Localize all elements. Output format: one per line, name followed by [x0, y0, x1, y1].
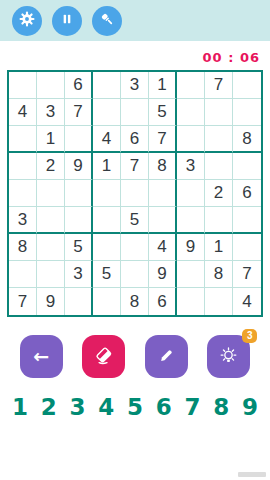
cell-r7c6[interactable]: 4	[149, 234, 177, 261]
sudoku-board: 63174375146782917832635854913598779864	[7, 70, 263, 317]
hint-button[interactable]: 3	[207, 335, 250, 378]
watermark	[238, 472, 266, 477]
cell-r6c2[interactable]	[37, 207, 65, 234]
cell-r1c2[interactable]	[37, 72, 65, 99]
cell-r1c6[interactable]: 1	[149, 72, 177, 99]
cell-r9c4[interactable]	[93, 288, 121, 315]
cell-r3c4[interactable]: 4	[93, 126, 121, 153]
cell-r5c5[interactable]	[121, 180, 149, 207]
cell-r2c2[interactable]: 3	[37, 99, 65, 126]
gear-icon	[18, 10, 36, 31]
cell-r6c5[interactable]: 5	[121, 207, 149, 234]
cell-r1c4[interactable]	[93, 72, 121, 99]
cell-r5c1[interactable]	[9, 180, 37, 207]
cell-r2c4[interactable]	[93, 99, 121, 126]
cell-r4c7[interactable]: 3	[177, 153, 205, 180]
cell-r2c9[interactable]	[233, 99, 261, 126]
cell-r4c5[interactable]: 7	[121, 153, 149, 180]
cell-r5c4[interactable]	[93, 180, 121, 207]
cell-r7c3[interactable]: 5	[65, 234, 93, 261]
cell-r5c8[interactable]: 2	[205, 180, 233, 207]
cell-r8c8[interactable]: 8	[205, 261, 233, 288]
cell-r8c7[interactable]	[177, 261, 205, 288]
cell-r8c6[interactable]: 9	[149, 261, 177, 288]
numpad-2[interactable]: 2	[41, 394, 57, 422]
pause-button[interactable]	[52, 6, 82, 36]
left-arrow-icon: ←	[33, 347, 49, 366]
paintbrush-icon	[99, 11, 116, 31]
cell-r2c1[interactable]: 4	[9, 99, 37, 126]
cell-r7c9[interactable]	[233, 234, 261, 261]
numpad-6[interactable]: 6	[156, 394, 172, 422]
cell-r6c9[interactable]	[233, 207, 261, 234]
cell-r4c1[interactable]	[9, 153, 37, 180]
cell-r7c2[interactable]	[37, 234, 65, 261]
cell-r9c6[interactable]: 6	[149, 288, 177, 315]
numpad-3[interactable]: 3	[69, 394, 85, 422]
cell-r4c2[interactable]: 2	[37, 153, 65, 180]
cell-r3c2[interactable]: 1	[37, 126, 65, 153]
cell-r3c8[interactable]	[205, 126, 233, 153]
cell-r2c3[interactable]: 7	[65, 99, 93, 126]
cell-r2c7[interactable]	[177, 99, 205, 126]
cell-r8c3[interactable]: 3	[65, 261, 93, 288]
numpad-9[interactable]: 9	[242, 394, 258, 422]
cell-r8c2[interactable]	[37, 261, 65, 288]
cell-r9c7[interactable]	[177, 288, 205, 315]
cell-r4c4[interactable]: 1	[93, 153, 121, 180]
cell-r1c9[interactable]	[233, 72, 261, 99]
cell-r7c8[interactable]: 1	[205, 234, 233, 261]
cell-r4c6[interactable]: 8	[149, 153, 177, 180]
hint-count-badge: 3	[242, 329, 257, 343]
cell-r6c7[interactable]	[177, 207, 205, 234]
cell-r3c6[interactable]: 7	[149, 126, 177, 153]
cell-r6c6[interactable]	[149, 207, 177, 234]
controls-bar: ←	[0, 335, 270, 378]
cell-r9c3[interactable]	[65, 288, 93, 315]
cell-r1c5[interactable]: 3	[121, 72, 149, 99]
cell-r1c3[interactable]: 6	[65, 72, 93, 99]
undo-button[interactable]: ←	[20, 335, 63, 378]
cell-r2c5[interactable]	[121, 99, 149, 126]
cell-r8c4[interactable]: 5	[93, 261, 121, 288]
cell-r9c1[interactable]: 7	[9, 288, 37, 315]
numpad-7[interactable]: 7	[184, 394, 200, 422]
timer-row: 00 : 06	[0, 41, 270, 66]
cell-r9c5[interactable]: 8	[121, 288, 149, 315]
lightbulb-icon	[218, 345, 239, 369]
cell-r4c9[interactable]	[233, 153, 261, 180]
pencil-icon	[157, 346, 176, 368]
cell-r3c3[interactable]	[65, 126, 93, 153]
number-pad: 123456789	[0, 394, 270, 422]
cell-r6c3[interactable]	[65, 207, 93, 234]
cell-r1c7[interactable]	[177, 72, 205, 99]
cell-r7c4[interactable]	[93, 234, 121, 261]
cell-r2c8[interactable]	[205, 99, 233, 126]
theme-button[interactable]	[92, 6, 122, 36]
cell-r4c8[interactable]	[205, 153, 233, 180]
timer: 00 : 06	[203, 50, 260, 65]
cell-r1c8[interactable]: 7	[205, 72, 233, 99]
cell-r5c2[interactable]	[37, 180, 65, 207]
cell-r8c5[interactable]	[121, 261, 149, 288]
cell-r3c9[interactable]: 8	[233, 126, 261, 153]
cell-r3c5[interactable]: 6	[121, 126, 149, 153]
cell-r2c6[interactable]: 5	[149, 99, 177, 126]
cell-r5c6[interactable]	[149, 180, 177, 207]
numpad-5[interactable]: 5	[127, 394, 143, 422]
cell-r8c1[interactable]	[9, 261, 37, 288]
cell-r9c9[interactable]: 4	[233, 288, 261, 315]
cell-r5c7[interactable]	[177, 180, 205, 207]
cell-r8c9[interactable]: 7	[233, 261, 261, 288]
pause-icon	[59, 11, 75, 30]
numpad-4[interactable]: 4	[98, 394, 114, 422]
cell-r6c4[interactable]	[93, 207, 121, 234]
settings-button[interactable]	[12, 6, 42, 36]
cell-r6c1[interactable]: 3	[9, 207, 37, 234]
pencil-button[interactable]	[145, 335, 188, 378]
cell-r5c9[interactable]: 6	[233, 180, 261, 207]
cell-r7c5[interactable]	[121, 234, 149, 261]
cell-r6c8[interactable]	[205, 207, 233, 234]
cell-r4c3[interactable]: 9	[65, 153, 93, 180]
cell-r3c1[interactable]	[9, 126, 37, 153]
cell-r3c7[interactable]	[177, 126, 205, 153]
top-toolbar	[0, 0, 270, 41]
cell-r7c7[interactable]: 9	[177, 234, 205, 261]
numpad-1[interactable]: 1	[12, 394, 28, 422]
eraser-icon	[93, 345, 114, 369]
eraser-button[interactable]	[82, 335, 125, 378]
cell-r5c3[interactable]	[65, 180, 93, 207]
cell-r9c2[interactable]: 9	[37, 288, 65, 315]
numpad-8[interactable]: 8	[213, 394, 229, 422]
cell-r9c8[interactable]	[205, 288, 233, 315]
cell-r1c1[interactable]	[9, 72, 37, 99]
cell-r7c1[interactable]: 8	[9, 234, 37, 261]
